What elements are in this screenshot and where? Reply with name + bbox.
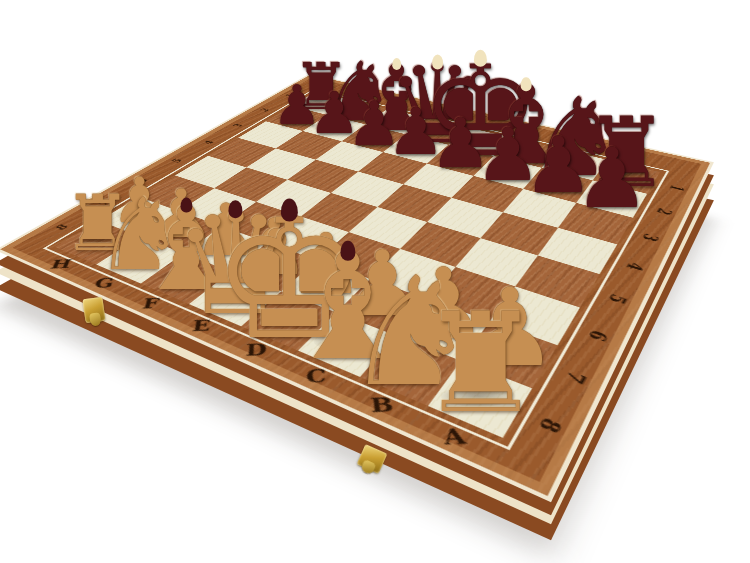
- rank-label-left-1: 1: [284, 93, 296, 97]
- file-label-c: C: [306, 367, 327, 385]
- rank-label-left-3: 3: [231, 123, 244, 128]
- file-label-a: A: [441, 426, 468, 448]
- finial-accent-icon: [432, 55, 443, 69]
- finial-accent-icon: [521, 77, 532, 91]
- rank-label-right-3: 3: [639, 232, 661, 243]
- file-label-h: H: [49, 258, 74, 270]
- rank-label-right-5: 5: [605, 292, 629, 306]
- rank-label-right-4: 4: [623, 260, 646, 272]
- file-label-g: G: [93, 277, 116, 290]
- file-label-d: D: [245, 342, 267, 359]
- brass-latch-left: [82, 297, 105, 324]
- rank-label-right-8: 8: [534, 415, 564, 436]
- rank-label-left-8: 8: [54, 223, 70, 231]
- board-grid: [55, 92, 660, 438]
- rank-label-right-6: 6: [584, 328, 610, 344]
- rank-label-right-2: 2: [653, 207, 674, 217]
- rank-label-left-4: 4: [202, 140, 216, 146]
- file-label-b: B: [369, 395, 394, 415]
- finial-accent-icon: [474, 50, 487, 67]
- rank-label-left-7: 7: [96, 199, 112, 206]
- rank-label-right-7: 7: [561, 368, 589, 386]
- rank-label-left-6: 6: [135, 177, 150, 184]
- rank-label-left-2: 2: [258, 108, 271, 113]
- file-label-f: F: [141, 297, 160, 311]
- scene: HGFEDCBA1234567812345678 ♜♞♝♚♛♝♞♜♟♟♟♟♟♟♟…: [0, 0, 750, 563]
- rank-label-left-5: 5: [170, 158, 184, 164]
- finial-accent-icon: [392, 58, 401, 70]
- file-label-e: E: [191, 318, 211, 333]
- rank-label-right-1: 1: [666, 184, 686, 193]
